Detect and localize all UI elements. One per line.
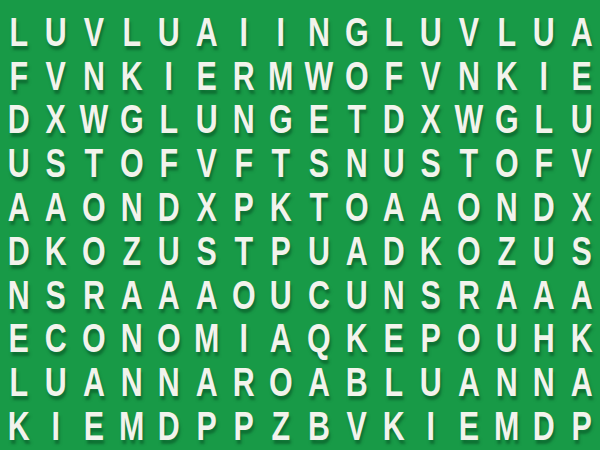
grid-cell-r7c6[interactable]: A (192, 273, 220, 317)
grid-cell-r9c8[interactable]: O (267, 360, 295, 404)
grid-cell-r1c12[interactable]: U (417, 10, 445, 54)
grid-cell-r5c13[interactable]: O (454, 185, 483, 229)
grid-cell-r7c1[interactable]: N (4, 273, 32, 317)
grid-cell-r4c8[interactable]: T (267, 141, 295, 185)
grid-cell-r4c12[interactable]: S (417, 141, 445, 185)
grid-cell-r8c3[interactable]: O (79, 317, 108, 361)
grid-cell-r1c7[interactable]: I (229, 10, 257, 54)
grid-cell-r5c12[interactable]: A (417, 185, 445, 229)
grid-cell-r7c12[interactable]: S (417, 273, 445, 317)
grid-cell-r4c6[interactable]: V (192, 141, 220, 185)
grid-cell-r4c15[interactable]: F (530, 141, 558, 185)
grid-cell-r5c1[interactable]: A (4, 185, 32, 229)
grid-cell-r5c10[interactable]: O (342, 185, 370, 229)
grid-cell-r7c9[interactable]: C (304, 273, 333, 317)
grid-cell-r10c13[interactable]: E (454, 404, 483, 448)
grid-cell-r10c16[interactable]: P (567, 404, 595, 448)
grid-cell-r10c15[interactable]: D (530, 404, 558, 448)
grid-cell-r6c4[interactable]: Z (117, 229, 145, 273)
grid-cell-r5c4[interactable]: N (117, 185, 145, 229)
grid-cell-r10c5[interactable]: D (155, 404, 183, 448)
grid-cell-r1c3[interactable]: V (79, 10, 108, 54)
grid-cell-r5c15[interactable]: D (530, 185, 558, 229)
grid-cell-r6c13[interactable]: O (454, 229, 483, 273)
grid-cell-r2c16[interactable]: E (567, 54, 595, 98)
grid-cell-r8c14[interactable]: U (492, 317, 520, 361)
grid-cell-r2c12[interactable]: V (417, 54, 445, 98)
grid-cell-r2c15[interactable]: I (530, 54, 558, 98)
grid-cell-r3c14[interactable]: G (492, 98, 520, 142)
grid-cell-r8c12[interactable]: P (417, 317, 445, 361)
grid-cell-r3c3[interactable]: W (79, 98, 108, 142)
grid-cell-r7c5[interactable]: A (155, 273, 183, 317)
grid-cell-r9c3[interactable]: A (79, 360, 108, 404)
grid-cell-r3c10[interactable]: T (342, 98, 370, 142)
grid-cell-r2c8[interactable]: M (267, 54, 295, 98)
grid-cell-r2c3[interactable]: N (79, 54, 108, 98)
grid-cell-r6c15[interactable]: U (530, 229, 558, 273)
grid-cell-r3c15[interactable]: L (530, 98, 558, 142)
grid-cell-r4c7[interactable]: F (229, 141, 257, 185)
grid-cell-r3c7[interactable]: N (229, 98, 257, 142)
grid-cell-r9c14[interactable]: N (492, 360, 520, 404)
grid-cell-r10c2[interactable]: I (42, 404, 70, 448)
grid-cell-r10c7[interactable]: P (229, 404, 257, 448)
grid-cell-r10c1[interactable]: K (4, 404, 32, 448)
grid-cell-r3c4[interactable]: G (117, 98, 145, 142)
grid-cell-r6c12[interactable]: K (417, 229, 445, 273)
grid-cell-r4c4[interactable]: O (117, 141, 145, 185)
grid-cell-r8c2[interactable]: C (42, 317, 70, 361)
grid-cell-r5c5[interactable]: D (155, 185, 183, 229)
grid-cell-r3c12[interactable]: X (417, 98, 445, 142)
grid-cell-r4c9[interactable]: S (304, 141, 333, 185)
grid-cell-r6c14[interactable]: Z (492, 229, 520, 273)
grid-cell-r8c9[interactable]: Q (304, 317, 333, 361)
grid-cell-r3c11[interactable]: D (380, 98, 408, 142)
grid-cell-r4c5[interactable]: F (155, 141, 183, 185)
grid-cell-r7c2[interactable]: S (42, 273, 70, 317)
grid-cell-r3c16[interactable]: U (567, 98, 595, 142)
grid-cell-r8c4[interactable]: N (117, 317, 145, 361)
grid-cell-r8c16[interactable]: K (567, 317, 595, 361)
grid-cell-r9c11[interactable]: L (380, 360, 408, 404)
grid-cell-r1c4[interactable]: L (117, 10, 145, 54)
grid-cell-r7c14[interactable]: A (492, 273, 520, 317)
grid-cell-r2c11[interactable]: F (380, 54, 408, 98)
grid-cell-r3c13[interactable]: W (454, 98, 483, 142)
grid-cell-r5c3[interactable]: O (79, 185, 108, 229)
grid-cell-r9c13[interactable]: A (454, 360, 483, 404)
grid-cell-r1c5[interactable]: U (155, 10, 183, 54)
grid-cell-r1c11[interactable]: L (380, 10, 408, 54)
grid-cell-r1c6[interactable]: A (192, 10, 220, 54)
grid-cell-r6c16[interactable]: S (567, 229, 595, 273)
grid-cell-r9c6[interactable]: A (192, 360, 220, 404)
grid-cell-r8c7[interactable]: I (229, 317, 257, 361)
grid-cell-r9c12[interactable]: U (417, 360, 445, 404)
grid-cell-r9c1[interactable]: L (4, 360, 32, 404)
grid-cell-r2c10[interactable]: O (342, 54, 370, 98)
grid-cell-r6c7[interactable]: T (229, 229, 257, 273)
grid-cell-r2c7[interactable]: R (229, 54, 257, 98)
grid-cell-r8c8[interactable]: A (267, 317, 295, 361)
grid-cell-r1c1[interactable]: L (4, 10, 32, 54)
grid-cell-r7c4[interactable]: A (117, 273, 145, 317)
grid-cell-r10c14[interactable]: M (492, 404, 520, 448)
grid-cell-r9c7[interactable]: R (229, 360, 257, 404)
grid-cell-r5c8[interactable]: K (267, 185, 295, 229)
grid-cell-r6c8[interactable]: P (267, 229, 295, 273)
grid-cell-r1c13[interactable]: V (454, 10, 483, 54)
grid-cell-r3c9[interactable]: E (304, 98, 333, 142)
grid-cell-r5c6[interactable]: X (192, 185, 220, 229)
grid-cell-r5c16[interactable]: X (567, 185, 595, 229)
grid-cell-r6c3[interactable]: O (79, 229, 108, 273)
grid-cell-r8c5[interactable]: O (155, 317, 183, 361)
grid-cell-r8c13[interactable]: O (454, 317, 483, 361)
grid-cell-r10c3[interactable]: E (79, 404, 108, 448)
grid-cell-r4c3[interactable]: T (79, 141, 108, 185)
grid-cell-r2c14[interactable]: K (492, 54, 520, 98)
grid-cell-r7c13[interactable]: R (454, 273, 483, 317)
grid-cell-r4c10[interactable]: N (342, 141, 370, 185)
grid-cell-r4c13[interactable]: T (454, 141, 483, 185)
grid-cell-r9c15[interactable]: N (530, 360, 558, 404)
grid-cell-r8c10[interactable]: K (342, 317, 370, 361)
grid-cell-r4c11[interactable]: U (380, 141, 408, 185)
grid-cell-r8c11[interactable]: E (380, 317, 408, 361)
grid-cell-r6c5[interactable]: U (155, 229, 183, 273)
grid-cell-r7c8[interactable]: U (267, 273, 295, 317)
grid-cell-r3c2[interactable]: X (42, 98, 70, 142)
grid-cell-r6c9[interactable]: U (304, 229, 333, 273)
grid-cell-r9c9[interactable]: A (304, 360, 333, 404)
grid-cell-r6c11[interactable]: D (380, 229, 408, 273)
grid-cell-r1c14[interactable]: L (492, 10, 520, 54)
grid-cell-r1c15[interactable]: U (530, 10, 558, 54)
grid-cell-r8c1[interactable]: E (4, 317, 32, 361)
grid-cell-r4c2[interactable]: S (42, 141, 70, 185)
grid-cell-r7c7[interactable]: O (229, 273, 257, 317)
grid-cell-r2c2[interactable]: V (42, 54, 70, 98)
grid-cell-r5c2[interactable]: A (42, 185, 70, 229)
grid-cell-r4c1[interactable]: U (4, 141, 32, 185)
word-search-puzzle: LUVLUAIINGLUVLUAFVNKIERMWOFVNKIEDXWGLUNG… (0, 0, 600, 450)
grid-cell-r7c10[interactable]: U (342, 273, 370, 317)
grid-cell-r4c14[interactable]: O (492, 141, 520, 185)
grid-cell-r5c7[interactable]: P (229, 185, 257, 229)
grid-cell-r6c2[interactable]: K (42, 229, 70, 273)
grid-cell-r8c15[interactable]: H (530, 317, 558, 361)
grid-cell-r7c16[interactable]: A (567, 273, 595, 317)
grid-cell-r7c3[interactable]: R (79, 273, 108, 317)
grid-cell-r10c10[interactable]: V (342, 404, 370, 448)
grid-cell-r3c5[interactable]: L (155, 98, 183, 142)
grid-cell-r10c4[interactable]: M (117, 404, 145, 448)
grid-cell-r9c10[interactable]: B (342, 360, 370, 404)
grid-cell-r5c11[interactable]: A (380, 185, 408, 229)
grid-cell-r2c9[interactable]: W (304, 54, 333, 98)
grid-cell-r6c6[interactable]: S (192, 229, 220, 273)
grid-cell-r4c16[interactable]: V (567, 141, 595, 185)
grid-cell-r7c15[interactable]: A (530, 273, 558, 317)
grid-cell-r1c9[interactable]: N (304, 10, 333, 54)
grid-cell-r7c11[interactable]: N (380, 273, 408, 317)
grid-cell-r1c2[interactable]: U (42, 10, 70, 54)
grid-cell-r10c9[interactable]: B (304, 404, 333, 448)
grid-cell-r3c6[interactable]: U (192, 98, 220, 142)
grid-cell-r10c8[interactable]: Z (267, 404, 295, 448)
grid-cell-r5c9[interactable]: T (304, 185, 333, 229)
grid-cell-r3c8[interactable]: G (267, 98, 295, 142)
grid-cell-r2c13[interactable]: N (454, 54, 483, 98)
grid-cell-r5c14[interactable]: N (492, 185, 520, 229)
grid-cell-r10c6[interactable]: P (192, 404, 220, 448)
grid-cell-r9c2[interactable]: U (42, 360, 70, 404)
grid-cell-r6c10[interactable]: A (342, 229, 370, 273)
grid-cell-r8c6[interactable]: M (192, 317, 220, 361)
grid-cell-r10c11[interactable]: K (380, 404, 408, 448)
grid-cell-r9c16[interactable]: A (567, 360, 595, 404)
letter-grid: LUVLUAIINGLUVLUAFVNKIERMWOFVNKIEDXWGLUNG… (0, 0, 600, 450)
grid-cell-r9c5[interactable]: N (155, 360, 183, 404)
grid-cell-r1c8[interactable]: I (267, 10, 295, 54)
grid-cell-r6c1[interactable]: D (4, 229, 32, 273)
grid-cell-r2c5[interactable]: I (155, 54, 183, 98)
grid-cell-r2c6[interactable]: E (192, 54, 220, 98)
grid-cell-r2c1[interactable]: F (4, 54, 32, 98)
grid-cell-r1c10[interactable]: G (342, 10, 370, 54)
grid-cell-r1c16[interactable]: A (567, 10, 595, 54)
grid-cell-r9c4[interactable]: N (117, 360, 145, 404)
grid-cell-r3c1[interactable]: D (4, 98, 32, 142)
grid-cell-r10c12[interactable]: I (417, 404, 445, 448)
grid-cell-r2c4[interactable]: K (117, 54, 145, 98)
